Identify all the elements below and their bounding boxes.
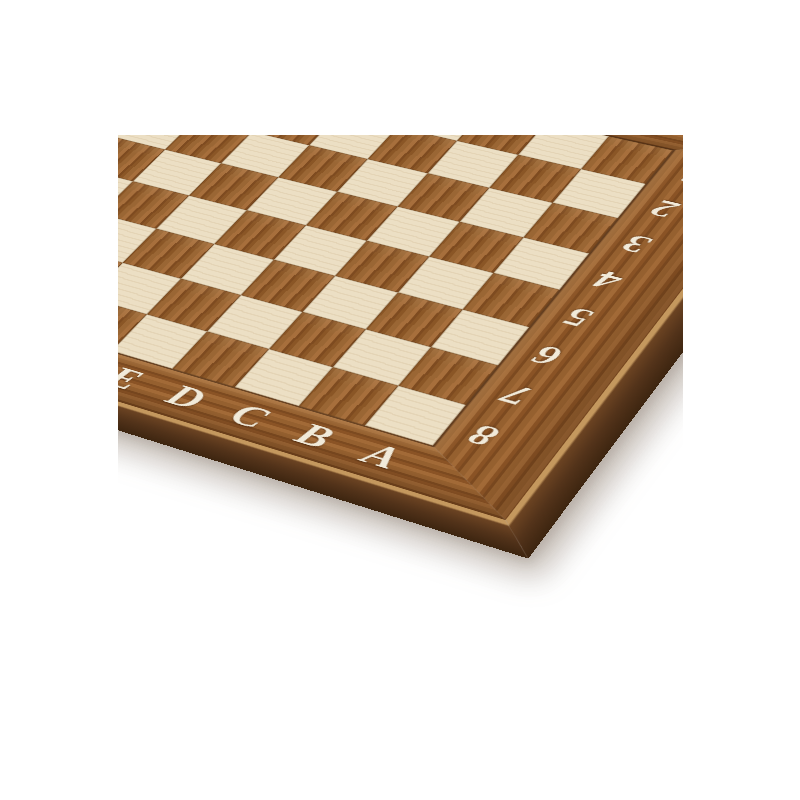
photo-crop-area: HHGGFFEEDDCCBBAA12345678 [118,135,683,625]
board-shadow-wrapper: HHGGFFEEDDCCBBAA12345678 [118,135,683,625]
chess-board: HHGGFFEEDDCCBBAA12345678 [118,135,683,559]
product-image: HHGGFFEEDDCCBBAA12345678 [0,0,800,800]
